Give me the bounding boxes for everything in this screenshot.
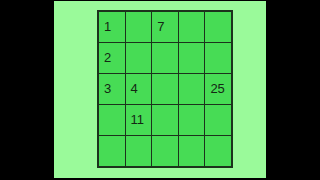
puzzle-grid: 172342511 (97, 10, 233, 168)
cell-r4c2[interactable]: 11 (126, 105, 152, 135)
cell-r3c1[interactable]: 3 (99, 74, 125, 104)
cell-r4c1[interactable] (99, 105, 125, 135)
cell-r1c2[interactable] (126, 12, 152, 42)
cell-r1c4[interactable] (179, 12, 205, 42)
cell-r3c4[interactable] (179, 74, 205, 104)
cell-r5c5[interactable] (205, 136, 231, 166)
cell-r1c5[interactable] (205, 12, 231, 42)
cell-r2c1[interactable]: 2 (99, 43, 125, 73)
cell-r4c3[interactable] (152, 105, 178, 135)
cell-r4c4[interactable] (179, 105, 205, 135)
cell-r2c5[interactable] (205, 43, 231, 73)
cell-r3c5[interactable]: 25 (205, 74, 231, 104)
screen: 172342511 (0, 0, 320, 180)
letterbox-left (0, 0, 54, 180)
letterbox-right (266, 0, 320, 180)
cell-r3c3[interactable] (152, 74, 178, 104)
cell-r5c4[interactable] (179, 136, 205, 166)
cell-r5c3[interactable] (152, 136, 178, 166)
cell-r4c5[interactable] (205, 105, 231, 135)
cell-r5c2[interactable] (126, 136, 152, 166)
puzzle-area: 172342511 (54, 1, 266, 178)
cell-r3c2[interactable]: 4 (126, 74, 152, 104)
cell-r1c1[interactable]: 1 (99, 12, 125, 42)
cell-r2c4[interactable] (179, 43, 205, 73)
cell-r2c3[interactable] (152, 43, 178, 73)
cell-r1c3[interactable]: 7 (152, 12, 178, 42)
cell-r2c2[interactable] (126, 43, 152, 73)
cell-r5c1[interactable] (99, 136, 125, 166)
